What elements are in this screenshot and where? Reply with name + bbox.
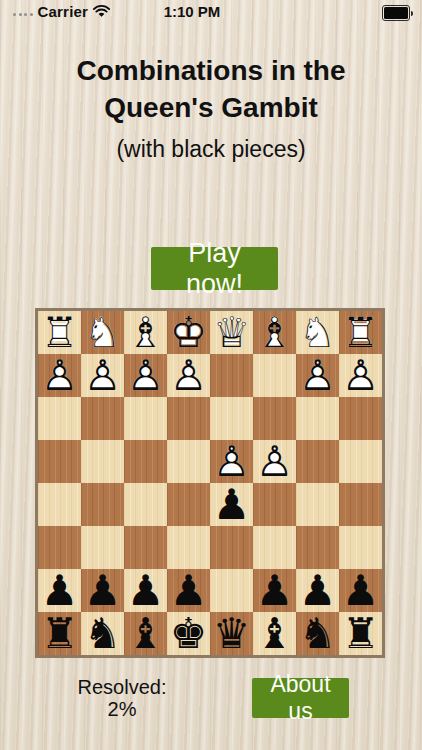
- wifi-icon: [93, 5, 110, 18]
- square-f4[interactable]: [124, 440, 167, 483]
- square-h7[interactable]: ♟︎: [38, 569, 81, 612]
- square-f7[interactable]: ♟︎: [124, 569, 167, 612]
- battery-icon: [382, 5, 413, 21]
- black-bishop: ♝︎: [253, 612, 296, 655]
- white-pawn: ♟︎♙︎: [339, 354, 382, 397]
- white-pawn: ♟︎♙︎: [253, 440, 296, 483]
- square-f5[interactable]: [124, 483, 167, 526]
- square-g6[interactable]: [81, 526, 124, 569]
- square-g7[interactable]: ♟︎: [81, 569, 124, 612]
- black-rook: ♜︎: [339, 612, 382, 655]
- square-b2[interactable]: ♟︎♙︎: [296, 354, 339, 397]
- white-knight: ♞︎♘︎: [296, 311, 339, 354]
- square-b5[interactable]: [296, 483, 339, 526]
- square-d3[interactable]: [210, 397, 253, 440]
- square-a8[interactable]: ♜︎: [339, 612, 382, 655]
- square-f1[interactable]: ♝︎♗︎: [124, 311, 167, 354]
- black-queen: ♛︎: [210, 612, 253, 655]
- black-pawn: ♟︎: [253, 569, 296, 612]
- square-h6[interactable]: [38, 526, 81, 569]
- status-bar: Carrier 1:10 PM: [0, 0, 422, 22]
- black-pawn: ♟︎: [124, 569, 167, 612]
- page-title: Combinations in the Queen's Gambit: [0, 52, 422, 126]
- square-a2[interactable]: ♟︎♙︎: [339, 354, 382, 397]
- square-f6[interactable]: [124, 526, 167, 569]
- square-e5[interactable]: [167, 483, 210, 526]
- black-pawn: ♟︎: [167, 569, 210, 612]
- square-e1[interactable]: ♚︎♔︎: [167, 311, 210, 354]
- square-e6[interactable]: [167, 526, 210, 569]
- resolved-label: Resolved:: [42, 676, 202, 698]
- status-left-group: Carrier: [13, 3, 110, 19]
- square-b1[interactable]: ♞︎♘︎: [296, 311, 339, 354]
- square-a7[interactable]: ♟︎: [339, 569, 382, 612]
- white-bishop: ♝︎♗︎: [124, 311, 167, 354]
- black-pawn: ♟︎: [339, 569, 382, 612]
- square-h8[interactable]: ♜︎: [38, 612, 81, 655]
- square-f8[interactable]: ♝︎: [124, 612, 167, 655]
- square-h2[interactable]: ♟︎♙︎: [38, 354, 81, 397]
- square-c8[interactable]: ♝︎: [253, 612, 296, 655]
- white-queen: ♛︎♕︎: [210, 311, 253, 354]
- app-screen: Carrier 1:10 PM Combinations in the Quee…: [0, 0, 422, 750]
- black-pawn: ♟︎: [38, 569, 81, 612]
- square-b3[interactable]: [296, 397, 339, 440]
- square-c6[interactable]: [253, 526, 296, 569]
- square-e8[interactable]: ♚︎: [167, 612, 210, 655]
- white-rook: ♜︎♖︎: [38, 311, 81, 354]
- square-d7[interactable]: [210, 569, 253, 612]
- white-pawn: ♟︎♙︎: [296, 354, 339, 397]
- square-f2[interactable]: ♟︎♙︎: [124, 354, 167, 397]
- square-e3[interactable]: [167, 397, 210, 440]
- square-b6[interactable]: [296, 526, 339, 569]
- square-d2[interactable]: [210, 354, 253, 397]
- square-d5[interactable]: ♟︎: [210, 483, 253, 526]
- square-c1[interactable]: ♝︎♗︎: [253, 311, 296, 354]
- square-c7[interactable]: ♟︎: [253, 569, 296, 612]
- square-b7[interactable]: ♟︎: [296, 569, 339, 612]
- signal-strength-icon: [13, 4, 33, 18]
- square-h1[interactable]: ♜︎♖︎: [38, 311, 81, 354]
- clock: 1:10 PM: [160, 3, 224, 20]
- square-h3[interactable]: [38, 397, 81, 440]
- square-a4[interactable]: [339, 440, 382, 483]
- carrier-label: Carrier: [38, 3, 89, 20]
- resolved-value: 2%: [42, 698, 202, 720]
- white-bishop: ♝︎♗︎: [253, 311, 296, 354]
- about-us-button[interactable]: About us: [252, 678, 349, 718]
- white-knight: ♞︎♘︎: [81, 311, 124, 354]
- black-rook: ♜︎: [38, 612, 81, 655]
- black-pawn: ♟︎: [296, 569, 339, 612]
- square-c3[interactable]: [253, 397, 296, 440]
- square-h5[interactable]: [38, 483, 81, 526]
- square-b8[interactable]: ♞︎: [296, 612, 339, 655]
- square-g5[interactable]: [81, 483, 124, 526]
- resolved-stats: Resolved: 2%: [42, 676, 202, 720]
- page-title-line1: Combinations in the: [0, 52, 422, 89]
- square-f3[interactable]: [124, 397, 167, 440]
- square-g2[interactable]: ♟︎♙︎: [81, 354, 124, 397]
- square-d1[interactable]: ♛︎♕︎: [210, 311, 253, 354]
- black-king: ♚︎: [167, 612, 210, 655]
- square-g1[interactable]: ♞︎♘︎: [81, 311, 124, 354]
- black-bishop: ♝︎: [124, 612, 167, 655]
- square-a1[interactable]: ♜︎♖︎: [339, 311, 382, 354]
- square-a5[interactable]: [339, 483, 382, 526]
- square-e4[interactable]: [167, 440, 210, 483]
- square-c4[interactable]: ♟︎♙︎: [253, 440, 296, 483]
- square-d8[interactable]: ♛︎: [210, 612, 253, 655]
- square-e7[interactable]: ♟︎: [167, 569, 210, 612]
- square-c2[interactable]: [253, 354, 296, 397]
- white-pawn: ♟︎♙︎: [167, 354, 210, 397]
- black-knight: ♞︎: [296, 612, 339, 655]
- white-pawn: ♟︎♙︎: [38, 354, 81, 397]
- square-a6[interactable]: [339, 526, 382, 569]
- black-pawn: ♟︎: [210, 483, 253, 526]
- white-pawn: ♟︎♙︎: [124, 354, 167, 397]
- square-g4[interactable]: [81, 440, 124, 483]
- white-pawn: ♟︎♙︎: [210, 440, 253, 483]
- play-now-button[interactable]: Play now!: [151, 247, 278, 290]
- white-king: ♚︎♔︎: [167, 311, 210, 354]
- square-c5[interactable]: [253, 483, 296, 526]
- white-pawn: ♟︎♙︎: [81, 354, 124, 397]
- square-a3[interactable]: [339, 397, 382, 440]
- chess-board: ♜︎♖︎♞︎♘︎♝︎♗︎♚︎♔︎♛︎♕︎♝︎♗︎♞︎♘︎♜︎♖︎♟︎♙︎♟︎♙︎…: [35, 308, 385, 658]
- page-subtitle: (with black pieces): [0, 136, 422, 163]
- page-title-line2: Queen's Gambit: [0, 89, 422, 126]
- black-knight: ♞︎: [81, 612, 124, 655]
- black-pawn: ♟︎: [81, 569, 124, 612]
- square-d6[interactable]: [210, 526, 253, 569]
- square-b4[interactable]: [296, 440, 339, 483]
- square-h4[interactable]: [38, 440, 81, 483]
- square-e2[interactable]: ♟︎♙︎: [167, 354, 210, 397]
- square-g8[interactable]: ♞︎: [81, 612, 124, 655]
- square-g3[interactable]: [81, 397, 124, 440]
- square-d4[interactable]: ♟︎♙︎: [210, 440, 253, 483]
- white-rook: ♜︎♖︎: [339, 311, 382, 354]
